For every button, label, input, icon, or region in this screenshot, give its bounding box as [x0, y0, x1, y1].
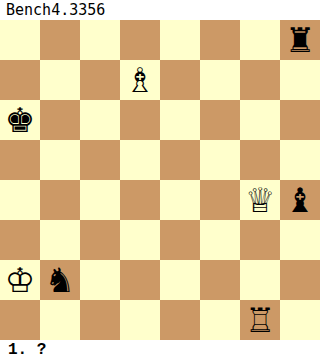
square-e6[interactable]: [160, 100, 200, 140]
square-f2[interactable]: [200, 260, 240, 300]
chess-board: ♜♗♚♕♝♔♞♖: [0, 20, 320, 340]
square-a1[interactable]: [0, 300, 40, 340]
square-b5[interactable]: [40, 140, 80, 180]
square-g5[interactable]: [240, 140, 280, 180]
square-e8[interactable]: [160, 20, 200, 60]
square-d1[interactable]: [120, 300, 160, 340]
piece-white-bishop: ♗: [125, 60, 155, 100]
square-g8[interactable]: [240, 20, 280, 60]
square-h1[interactable]: [280, 300, 320, 340]
square-d5[interactable]: [120, 140, 160, 180]
square-c1[interactable]: [80, 300, 120, 340]
square-c2[interactable]: [80, 260, 120, 300]
square-a7[interactable]: [0, 60, 40, 100]
square-d8[interactable]: [120, 20, 160, 60]
square-c4[interactable]: [80, 180, 120, 220]
square-a6[interactable]: ♚: [0, 100, 40, 140]
square-f5[interactable]: [200, 140, 240, 180]
square-g4[interactable]: ♕: [240, 180, 280, 220]
square-f8[interactable]: [200, 20, 240, 60]
square-a4[interactable]: [0, 180, 40, 220]
square-h3[interactable]: [280, 220, 320, 260]
piece-black-knight: ♞: [45, 260, 75, 300]
square-g1[interactable]: ♖: [240, 300, 280, 340]
move-prompt: 1. ?: [8, 340, 46, 360]
square-b8[interactable]: [40, 20, 80, 60]
piece-white-king: ♔: [5, 260, 35, 300]
square-e3[interactable]: [160, 220, 200, 260]
position-title: Bench4.3356: [6, 0, 105, 20]
square-c8[interactable]: [80, 20, 120, 60]
square-a3[interactable]: [0, 220, 40, 260]
square-h2[interactable]: [280, 260, 320, 300]
square-a5[interactable]: [0, 140, 40, 180]
square-b6[interactable]: [40, 100, 80, 140]
square-e4[interactable]: [160, 180, 200, 220]
square-h8[interactable]: ♜: [280, 20, 320, 60]
statusbar: 1. ?: [0, 340, 320, 360]
square-f7[interactable]: [200, 60, 240, 100]
piece-white-queen: ♕: [245, 180, 275, 220]
square-d2[interactable]: [120, 260, 160, 300]
square-d6[interactable]: [120, 100, 160, 140]
piece-black-rook: ♜: [285, 20, 315, 60]
square-b1[interactable]: [40, 300, 80, 340]
piece-black-king: ♚: [5, 100, 35, 140]
square-f3[interactable]: [200, 220, 240, 260]
square-d4[interactable]: [120, 180, 160, 220]
square-b2[interactable]: ♞: [40, 260, 80, 300]
square-b3[interactable]: [40, 220, 80, 260]
square-e7[interactable]: [160, 60, 200, 100]
square-h4[interactable]: ♝: [280, 180, 320, 220]
square-a8[interactable]: [0, 20, 40, 60]
square-a2[interactable]: ♔: [0, 260, 40, 300]
square-e2[interactable]: [160, 260, 200, 300]
square-e1[interactable]: [160, 300, 200, 340]
titlebar: Bench4.3356: [0, 0, 320, 20]
square-g6[interactable]: [240, 100, 280, 140]
square-h7[interactable]: [280, 60, 320, 100]
square-h5[interactable]: [280, 140, 320, 180]
square-g3[interactable]: [240, 220, 280, 260]
square-f4[interactable]: [200, 180, 240, 220]
square-b4[interactable]: [40, 180, 80, 220]
square-c5[interactable]: [80, 140, 120, 180]
square-h6[interactable]: [280, 100, 320, 140]
square-g2[interactable]: [240, 260, 280, 300]
square-c6[interactable]: [80, 100, 120, 140]
chess-app-window: Bench4.3356 ♜♗♚♕♝♔♞♖ 1. ?: [0, 0, 320, 360]
square-d3[interactable]: [120, 220, 160, 260]
square-c7[interactable]: [80, 60, 120, 100]
square-b7[interactable]: [40, 60, 80, 100]
piece-white-rook: ♖: [245, 300, 275, 340]
piece-black-bishop: ♝: [285, 180, 315, 220]
square-e5[interactable]: [160, 140, 200, 180]
square-g7[interactable]: [240, 60, 280, 100]
square-d7[interactable]: ♗: [120, 60, 160, 100]
square-f1[interactable]: [200, 300, 240, 340]
square-c3[interactable]: [80, 220, 120, 260]
square-f6[interactable]: [200, 100, 240, 140]
